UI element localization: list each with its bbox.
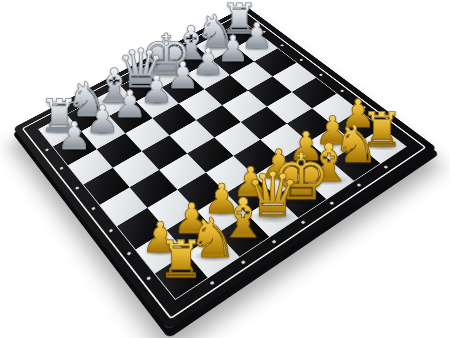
- magnet-dot: [299, 58, 303, 61]
- magnet-dot: [75, 186, 79, 189]
- magnet-dot: [383, 166, 388, 169]
- magnet-dot: [191, 42, 195, 44]
- magnet-dot: [209, 281, 214, 285]
- magnet-dot: [127, 252, 132, 256]
- magnet-dot: [91, 207, 95, 211]
- magnet-dot: [340, 89, 344, 92]
- magnet-dot: [146, 276, 151, 280]
- magnet-dot: [59, 167, 63, 170]
- magnet-dot: [45, 148, 49, 151]
- magnet-dot: [241, 260, 246, 264]
- magnet-dot: [166, 55, 170, 58]
- magnet-dot: [115, 82, 119, 85]
- chess-set-photo: ♜♞♟♝♟♚♟♛♟♝♟♞♟♟♜♟♟♜♟♟♞♟♝♟♚♟♛♟♝♟♞♜: [0, 0, 450, 338]
- chess-board: [13, 6, 437, 330]
- magnet-dot: [108, 228, 113, 232]
- magnet-dot: [89, 95, 93, 98]
- magnet-dot: [271, 240, 276, 244]
- magnet-dot: [362, 106, 366, 109]
- magnet-dot: [319, 74, 323, 77]
- board-squares: [38, 21, 407, 300]
- magnet-dot: [141, 68, 145, 71]
- magnet-dot: [280, 44, 284, 46]
- magnet-dot: [214, 29, 218, 31]
- magnet-dot: [262, 30, 266, 32]
- magnet-dot: [301, 220, 306, 224]
- magnet-dot: [329, 202, 334, 206]
- magnet-dot: [385, 123, 389, 126]
- magnet-dot: [62, 110, 66, 113]
- magnet-dot: [357, 183, 362, 187]
